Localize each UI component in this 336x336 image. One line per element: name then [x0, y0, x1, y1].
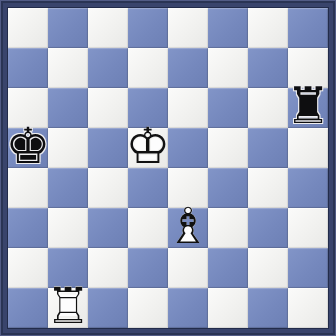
square-h4[interactable] [288, 168, 328, 208]
square-b5[interactable] [48, 128, 88, 168]
square-e6[interactable] [168, 88, 208, 128]
square-d2[interactable] [128, 248, 168, 288]
square-c8[interactable] [88, 8, 128, 48]
piece-solid-glyph: ♚ [6, 121, 51, 171]
square-b3[interactable] [48, 208, 88, 248]
piece-solid-glyph: ♜ [286, 81, 331, 131]
white-rook-b1[interactable]: ♜♖ [48, 288, 88, 328]
chess-board-frame: ♜♚♚♔♝♗♜♖ [0, 0, 336, 336]
square-h1[interactable] [288, 288, 328, 328]
square-e8[interactable] [168, 8, 208, 48]
square-d1[interactable] [128, 288, 168, 328]
black-rook-h6[interactable]: ♜ [288, 88, 328, 128]
piece-outline-glyph: ♔ [126, 121, 171, 171]
square-f1[interactable] [208, 288, 248, 328]
white-bishop-e3[interactable]: ♝♗ [168, 208, 208, 248]
chess-board: ♜♚♚♔♝♗♜♖ [8, 8, 328, 328]
square-a5[interactable]: ♚ [8, 128, 48, 168]
black-king-a5[interactable]: ♚ [8, 128, 48, 168]
piece-outline-glyph: ♖ [46, 281, 91, 331]
square-f5[interactable] [208, 128, 248, 168]
square-e1[interactable] [168, 288, 208, 328]
square-f2[interactable] [208, 248, 248, 288]
square-g8[interactable] [248, 8, 288, 48]
square-c3[interactable] [88, 208, 128, 248]
square-e3[interactable]: ♝♗ [168, 208, 208, 248]
square-d3[interactable] [128, 208, 168, 248]
square-a2[interactable] [8, 248, 48, 288]
square-c7[interactable] [88, 48, 128, 88]
square-d5[interactable]: ♚♔ [128, 128, 168, 168]
square-g4[interactable] [248, 168, 288, 208]
square-a8[interactable] [8, 8, 48, 48]
square-c2[interactable] [88, 248, 128, 288]
square-c5[interactable] [88, 128, 128, 168]
square-g6[interactable] [248, 88, 288, 128]
square-c1[interactable] [88, 288, 128, 328]
square-h2[interactable] [288, 248, 328, 288]
square-f4[interactable] [208, 168, 248, 208]
square-h8[interactable] [288, 8, 328, 48]
square-g5[interactable] [248, 128, 288, 168]
piece-outline-glyph: ♗ [166, 201, 211, 251]
square-b1[interactable]: ♜♖ [48, 288, 88, 328]
square-a7[interactable] [8, 48, 48, 88]
square-h6[interactable]: ♜ [288, 88, 328, 128]
square-c6[interactable] [88, 88, 128, 128]
square-h3[interactable] [288, 208, 328, 248]
square-b4[interactable] [48, 168, 88, 208]
square-d7[interactable] [128, 48, 168, 88]
square-c4[interactable] [88, 168, 128, 208]
square-g3[interactable] [248, 208, 288, 248]
square-g7[interactable] [248, 48, 288, 88]
square-a1[interactable] [8, 288, 48, 328]
square-e7[interactable] [168, 48, 208, 88]
square-f6[interactable] [208, 88, 248, 128]
square-a3[interactable] [8, 208, 48, 248]
white-king-d5[interactable]: ♚♔ [128, 128, 168, 168]
square-b6[interactable] [48, 88, 88, 128]
square-b8[interactable] [48, 8, 88, 48]
square-f3[interactable] [208, 208, 248, 248]
square-b7[interactable] [48, 48, 88, 88]
square-f7[interactable] [208, 48, 248, 88]
square-f8[interactable] [208, 8, 248, 48]
square-g1[interactable] [248, 288, 288, 328]
square-e5[interactable] [168, 128, 208, 168]
square-d8[interactable] [128, 8, 168, 48]
square-g2[interactable] [248, 248, 288, 288]
